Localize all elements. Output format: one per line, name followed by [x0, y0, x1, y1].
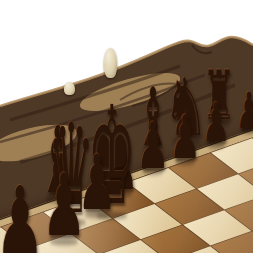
photo-backdrop: ♜ ♟ ♞ ♟ ♝ ♟ ♟ ♝ ♟ ♚ ♟ ♛ ♟ ♟ [0, 0, 253, 253]
piece-black-pawn-e7: ♟ [136, 114, 169, 178]
queen-finial [64, 82, 75, 95]
piece-black-pawn-h7: ♟ [236, 86, 253, 136]
king-finial [104, 48, 117, 78]
piece-black-pawn-a7: ♟ [0, 174, 45, 253]
piece-black-pawn-g7: ♟ [202, 96, 230, 150]
piece-black-pawn-f7: ♟ [169, 107, 200, 167]
piece-black-pawn-b7: ♟ [42, 162, 87, 248]
